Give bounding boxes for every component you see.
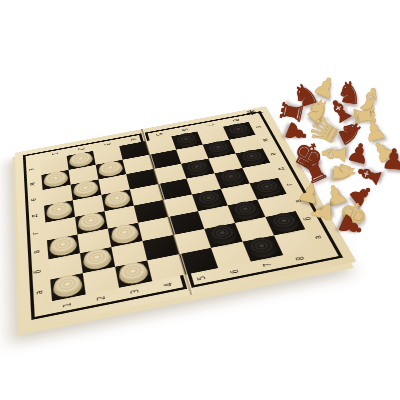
product-photo-scene: ❋❧ 1234567812345678зжедгвбазжедгвба ♞♟♞♝… — [0, 0, 400, 400]
dark-bishop-loose-piece[interactable]: ♝ — [351, 157, 389, 193]
light-bishop-loose-piece[interactable]: ♝ — [317, 139, 351, 170]
dark-pawn-loose-piece[interactable]: ♟ — [380, 145, 400, 175]
light-knight-loose-piece[interactable]: ♞ — [298, 91, 338, 131]
light-pawn-loose-piece[interactable]: ♟ — [310, 70, 342, 103]
dark-rook-loose-piece[interactable]: ♜ — [276, 97, 309, 127]
light-king-loose-piece[interactable]: ♚ — [333, 194, 374, 237]
leaf-icon: ❧ — [256, 110, 265, 115]
light-rook-loose-piece[interactable]: ♜ — [348, 102, 379, 131]
dark-knight-loose-piece[interactable]: ♞ — [331, 114, 370, 151]
light-queen-loose-piece[interactable]: ♛ — [302, 110, 346, 153]
light-pawn-loose-piece[interactable]: ♟ — [321, 179, 351, 211]
dark-bishop-loose-piece[interactable]: ♝ — [321, 91, 360, 131]
dark-pawn-loose-piece[interactable]: ♟ — [344, 178, 379, 212]
folding-wooden-board: ❋❧ 1234567812345678зжедгвбазжедгвба — [15, 106, 357, 329]
light-pawn-loose-piece[interactable]: ♟ — [365, 134, 399, 169]
light-pawn-loose-piece[interactable]: ♟ — [360, 116, 389, 147]
dark-pawn-loose-piece[interactable]: ♟ — [344, 138, 373, 169]
light-bishop-loose-piece[interactable]: ♝ — [352, 80, 389, 119]
dark-knight-loose-piece[interactable]: ♞ — [334, 76, 365, 109]
light-knight-loose-piece[interactable]: ♞ — [327, 158, 360, 188]
dark-knight-loose-piece[interactable]: ♞ — [288, 77, 323, 114]
